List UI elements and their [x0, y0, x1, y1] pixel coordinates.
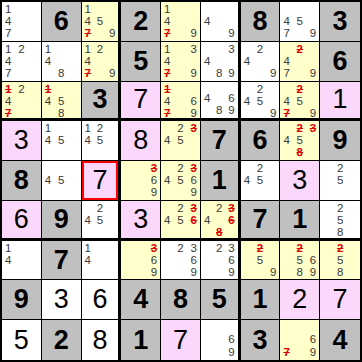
- candidate-7: 7: [283, 27, 294, 39]
- candidate-3: 3: [224, 242, 234, 254]
- pencil-marks: 1479: [161, 2, 200, 41]
- pencil-marks: 369: [121, 241, 160, 280]
- struck-candidate-3: 3: [186, 202, 197, 214]
- candidate-9: 9: [224, 67, 234, 79]
- candidate-2: 2: [175, 242, 186, 254]
- pencil-marks: 3489: [201, 42, 238, 81]
- cell-r6c8[interactable]: 1: [280, 201, 320, 241]
- cell-r8c1[interactable]: 9: [2, 280, 42, 320]
- cell-r6c4[interactable]: 3: [121, 201, 161, 241]
- candidate-2: 2: [95, 202, 105, 214]
- solved-digit: 3: [121, 201, 160, 238]
- candidate-7: 7: [283, 67, 294, 79]
- cell-r4c4[interactable]: 8: [121, 121, 161, 161]
- candidate-6: 6: [224, 92, 234, 104]
- pencil-marks: 25: [320, 161, 360, 200]
- pencil-marks: 258: [320, 241, 360, 280]
- candidate-9: 9: [224, 266, 234, 278]
- cell-r9c9[interactable]: 4: [320, 320, 360, 360]
- cell-r9c6[interactable]: 69: [201, 320, 241, 360]
- cell-r5c2[interactable]: 45: [42, 161, 82, 201]
- struck-candidate-7: 7: [85, 67, 95, 79]
- candidate-5: 5: [294, 254, 305, 266]
- given-digit: 2: [42, 320, 81, 360]
- pencil-marks: 4579: [280, 2, 319, 41]
- candidate-4: 4: [164, 174, 175, 186]
- solved-digit: 7: [320, 280, 360, 319]
- candidate-4: 4: [85, 15, 95, 27]
- candidate-9: 9: [224, 27, 234, 39]
- pencil-marks: 1458: [42, 82, 81, 119]
- given-digit: 2: [121, 2, 160, 41]
- candidate-4: 4: [45, 134, 56, 146]
- given-digit: 1: [280, 201, 319, 238]
- candidate-5: 5: [255, 174, 266, 186]
- pencil-marks: 148: [42, 42, 81, 81]
- cell-r8c2[interactable]: 3: [42, 280, 82, 320]
- cell-r2c9[interactable]: 6: [320, 42, 360, 82]
- given-digit: 6: [241, 121, 280, 160]
- cell-r5c4[interactable]: 369: [121, 161, 161, 201]
- candidate-9: 9: [305, 67, 316, 79]
- candidate-4: 4: [164, 134, 175, 146]
- given-digit: 5: [121, 42, 160, 81]
- candidate-2: 2: [255, 43, 266, 55]
- candidate-4: 4: [45, 95, 56, 107]
- candidate-4: 4: [85, 214, 95, 226]
- struck-candidate-8: 8: [214, 226, 224, 238]
- pencil-marks: 12479: [82, 42, 119, 81]
- candidate-4: 4: [164, 95, 175, 107]
- cell-r1c4[interactable]: 2: [121, 2, 161, 42]
- candidate-4: 4: [204, 214, 214, 226]
- cell-r8c6[interactable]: 5: [201, 280, 241, 320]
- given-digit: 7: [241, 201, 280, 238]
- pencil-marks: 258: [320, 201, 360, 238]
- candidate-9: 9: [105, 67, 115, 79]
- cell-r6c7[interactable]: 7: [241, 201, 281, 241]
- struck-candidate-3: 3: [305, 122, 316, 134]
- candidate-9: 9: [146, 186, 157, 198]
- candidate-2: 2: [255, 162, 266, 174]
- cell-r4c3[interactable]: 1245: [82, 121, 122, 161]
- candidate-5: 5: [56, 174, 67, 186]
- pencil-marks: 1245: [82, 121, 119, 160]
- candidate-1: 1: [5, 3, 16, 15]
- cell-r7c8[interactable]: 25689: [280, 241, 320, 281]
- candidate-4: 4: [164, 15, 175, 27]
- given-digit: 3: [320, 2, 360, 41]
- cell-r3c8[interactable]: 24579: [280, 82, 320, 122]
- cell-r3c2[interactable]: 1458: [42, 82, 82, 122]
- candidate-4: 4: [283, 134, 294, 146]
- candidate-4: 4: [283, 15, 294, 27]
- cell-r2c8[interactable]: 2479: [280, 42, 320, 82]
- cell-r1c5[interactable]: 1479: [161, 2, 201, 42]
- candidate-2: 2: [334, 202, 345, 214]
- candidate-4: 4: [244, 174, 255, 186]
- pencil-marks: 14579: [82, 2, 119, 41]
- candidate-4: 4: [283, 95, 294, 107]
- solved-digit: 5: [2, 320, 41, 360]
- candidate-1: 1: [5, 242, 16, 254]
- candidate-5: 5: [255, 95, 266, 107]
- pencil-marks: 14679: [161, 82, 200, 119]
- cell-r7c6[interactable]: 2369: [201, 241, 241, 281]
- cell-r1c2[interactable]: 6: [42, 2, 82, 42]
- pencil-marks: 23458: [280, 121, 319, 160]
- struck-candidate-3: 3: [224, 202, 234, 214]
- struck-candidate-3: 3: [186, 122, 197, 134]
- pencil-marks: 245: [82, 201, 119, 238]
- struck-candidate-2: 2: [294, 43, 305, 55]
- struck-candidate-2: 2: [255, 242, 266, 254]
- cell-r1c7[interactable]: 8: [241, 2, 281, 42]
- cell-r6c9[interactable]: 258: [320, 201, 360, 241]
- cell-r8c7[interactable]: 1: [241, 280, 281, 320]
- solved-digit: 2: [280, 280, 319, 319]
- candidate-4: 4: [5, 95, 16, 107]
- candidate-2: 2: [95, 43, 105, 55]
- struck-candidate-8: 8: [294, 146, 305, 158]
- cell-r7c2[interactable]: 7: [42, 241, 82, 281]
- candidate-4: 4: [5, 15, 16, 27]
- struck-candidate-2: 2: [334, 242, 345, 254]
- given-digit: 9: [42, 201, 81, 238]
- cell-r6c1[interactable]: 6: [2, 201, 42, 241]
- candidate-4: 4: [204, 92, 214, 104]
- struck-candidate-3: 3: [146, 242, 157, 254]
- cell-r3c6[interactable]: 4689: [201, 82, 241, 122]
- candidate-7: 7: [5, 27, 16, 39]
- cell-r6c6[interactable]: 23468: [201, 201, 241, 241]
- candidate-4: 4: [85, 55, 95, 67]
- candidate-4: 4: [5, 55, 16, 67]
- pencil-marks: 679: [280, 320, 319, 360]
- cell-r4c5[interactable]: 2345: [161, 121, 201, 161]
- struck-candidate-7: 7: [283, 107, 294, 119]
- candidate-6: 6: [186, 95, 197, 107]
- cell-r4c9[interactable]: 9: [320, 121, 360, 161]
- candidate-5: 5: [56, 134, 67, 146]
- struck-candidate-1: 1: [164, 83, 175, 95]
- candidate-1: 1: [45, 43, 56, 55]
- given-digit: 3: [82, 82, 119, 119]
- struck-candidate-7: 7: [85, 27, 95, 39]
- struck-candidate-6: 6: [186, 214, 197, 226]
- cell-r8c9[interactable]: 7: [320, 280, 360, 320]
- candidate-9: 9: [266, 67, 277, 79]
- candidate-1: 1: [85, 122, 95, 134]
- candidate-9: 9: [224, 104, 234, 116]
- candidate-9: 9: [186, 27, 197, 39]
- candidate-1: 1: [164, 3, 175, 15]
- candidate-5: 5: [95, 134, 105, 146]
- given-digit: 4: [121, 280, 160, 319]
- candidate-5: 5: [294, 134, 305, 146]
- cell-r2c2[interactable]: 148: [42, 42, 82, 82]
- cell-r3c3[interactable]: 3: [82, 82, 122, 122]
- cell-r6c2[interactable]: 9: [42, 201, 82, 241]
- struck-candidate-1: 1: [45, 83, 56, 95]
- struck-candidate-6: 6: [224, 214, 234, 226]
- cell-r3c4[interactable]: 7: [121, 82, 161, 122]
- cell-r3c9[interactable]: 1: [320, 82, 360, 122]
- pencil-marks: 4689: [201, 82, 238, 119]
- cell-r7c1[interactable]: 14: [2, 241, 42, 281]
- pencil-marks: 14: [2, 241, 41, 280]
- candidate-9: 9: [105, 27, 115, 39]
- pencil-marks: 23456: [161, 201, 200, 238]
- struck-candidate-1: 1: [5, 83, 16, 95]
- struck-candidate-7: 7: [283, 346, 294, 358]
- cell-r7c9[interactable]: 258: [320, 241, 360, 281]
- candidate-1: 1: [85, 242, 95, 254]
- pencil-marks: 2345: [161, 121, 200, 160]
- cell-r6c5[interactable]: 23456: [161, 201, 201, 241]
- cell-r4c2[interactable]: 145: [42, 121, 82, 161]
- candidate-9: 9: [224, 346, 234, 358]
- solved-digit: 8: [121, 121, 160, 160]
- candidate-3: 3: [186, 43, 197, 55]
- pencil-marks: 2369: [201, 241, 238, 280]
- given-digit: 1: [201, 161, 238, 200]
- candidate-4: 4: [244, 55, 255, 67]
- candidate-1: 1: [5, 43, 16, 55]
- cell-r7c5[interactable]: 2369: [161, 241, 201, 281]
- candidate-1: 1: [164, 43, 175, 55]
- candidate-2: 2: [175, 202, 186, 214]
- candidate-4: 4: [244, 95, 255, 107]
- candidate-2: 2: [334, 162, 345, 174]
- candidate-6: 6: [305, 254, 316, 266]
- given-digit: 5: [201, 280, 238, 319]
- pencil-marks: 2369: [161, 241, 200, 280]
- cell-r2c3[interactable]: 12479: [82, 42, 122, 82]
- candidate-5: 5: [56, 95, 67, 107]
- candidate-5: 5: [294, 95, 305, 107]
- pencil-marks: 45: [42, 161, 81, 200]
- candidate-8: 8: [214, 67, 224, 79]
- struck-candidate-7: 7: [164, 27, 175, 39]
- pencil-marks: 369: [121, 161, 160, 200]
- given-digit: 7: [42, 241, 81, 280]
- solved-digit: 3: [42, 280, 81, 319]
- cell-r4c6[interactable]: 7: [201, 121, 241, 161]
- pencil-marks: 245: [241, 161, 280, 200]
- candidate-9: 9: [266, 266, 277, 278]
- cell-r5c7[interactable]: 245: [241, 161, 281, 201]
- candidate-9: 9: [305, 266, 316, 278]
- cell-r9c2[interactable]: 2: [42, 320, 82, 360]
- cell-r3c1[interactable]: 1247: [2, 82, 42, 122]
- candidate-5: 5: [95, 214, 105, 226]
- given-digit: 6: [42, 2, 81, 41]
- given-digit: 1: [241, 280, 280, 319]
- candidate-1: 1: [85, 43, 95, 55]
- cell-r2c5[interactable]: 13479: [161, 42, 201, 82]
- candidate-4: 4: [164, 55, 175, 67]
- candidate-3: 3: [186, 242, 197, 254]
- cell-r9c1[interactable]: 5: [2, 320, 42, 360]
- given-digit: 4: [320, 320, 360, 360]
- solved-digit: 3: [2, 121, 41, 160]
- cell-r8c4[interactable]: 4: [121, 280, 161, 320]
- pencil-marks: 259: [241, 241, 280, 280]
- cell-r2c4[interactable]: 5: [121, 42, 161, 82]
- candidate-4: 4: [45, 174, 56, 186]
- pencil-marks: 234569: [161, 161, 200, 200]
- cell-r6c3[interactable]: 245: [82, 201, 122, 241]
- cell-r9c3[interactable]: 8: [82, 320, 122, 360]
- candidate-8: 8: [56, 107, 67, 119]
- candidate-8: 8: [334, 266, 345, 278]
- cell-r1c8[interactable]: 4579: [280, 2, 320, 42]
- struck-candidate-7: 7: [164, 107, 175, 119]
- cell-r2c6[interactable]: 3489: [201, 42, 241, 82]
- sudoku-board: 1476145792147949845793124714812479513479…: [0, 0, 362, 362]
- candidate-5: 5: [175, 174, 186, 186]
- candidate-9: 9: [186, 107, 197, 119]
- candidate-4: 4: [204, 55, 214, 67]
- pencil-marks: 24579: [280, 82, 319, 119]
- candidate-4: 4: [5, 254, 16, 266]
- pencil-marks: 13479: [161, 42, 200, 81]
- pencil-marks: 1247: [2, 82, 41, 119]
- cell-r7c3[interactable]: 14: [82, 241, 122, 281]
- candidate-9: 9: [186, 266, 197, 278]
- candidate-6: 6: [146, 254, 157, 266]
- candidate-5: 5: [255, 254, 266, 266]
- cell-r8c8[interactable]: 2: [280, 280, 320, 320]
- candidate-2: 2: [16, 43, 27, 55]
- given-digit: 9: [320, 121, 360, 160]
- candidate-2: 2: [175, 122, 186, 134]
- cell-r8c5[interactable]: 8: [161, 280, 201, 320]
- pencil-marks: 14: [82, 241, 119, 280]
- cell-r5c1[interactable]: 8: [2, 161, 42, 201]
- candidate-2: 2: [16, 83, 27, 95]
- cell-r8c3[interactable]: 6: [82, 280, 122, 320]
- struck-candidate-2: 2: [294, 122, 305, 134]
- struck-candidate-7: 7: [5, 107, 16, 119]
- candidate-1: 1: [45, 122, 56, 134]
- cell-r9c5[interactable]: 7: [161, 320, 201, 360]
- struck-candidate-2: 2: [294, 83, 305, 95]
- candidate-9: 9: [186, 186, 197, 198]
- cell-r9c8[interactable]: 679: [280, 320, 320, 360]
- given-digit: 9: [2, 280, 41, 319]
- solved-digit: 6: [2, 201, 41, 238]
- solved-digit: 8: [82, 320, 119, 360]
- pencil-marks: 25689: [280, 241, 319, 280]
- candidate-9: 9: [305, 107, 316, 119]
- cell-r1c9[interactable]: 3: [320, 2, 360, 42]
- cell-r1c3[interactable]: 14579: [82, 2, 122, 42]
- given-digit: 8: [241, 2, 280, 41]
- candidate-6: 6: [146, 174, 157, 186]
- candidate-8: 8: [56, 67, 67, 79]
- cell-r7c7[interactable]: 259: [241, 241, 281, 281]
- cell-r2c1[interactable]: 1247: [2, 42, 42, 82]
- solved-digit: 7: [82, 161, 119, 200]
- cell-r5c3[interactable]: 7: [82, 161, 122, 201]
- cell-r3c5[interactable]: 14679: [161, 82, 201, 122]
- pencil-marks: 23468: [201, 201, 238, 238]
- cell-r5c6[interactable]: 1: [201, 161, 241, 201]
- cell-r5c8[interactable]: 3: [280, 161, 320, 201]
- candidate-2: 2: [255, 83, 266, 95]
- struck-candidate-3: 3: [186, 162, 197, 174]
- cell-r4c7[interactable]: 6: [241, 121, 281, 161]
- cell-r9c7[interactable]: 3: [241, 320, 281, 360]
- candidate-5: 5: [294, 15, 305, 27]
- candidate-5: 5: [334, 254, 345, 266]
- candidate-4: 4: [85, 134, 95, 146]
- candidate-6: 6: [186, 254, 197, 266]
- candidate-6: 6: [224, 333, 234, 345]
- solved-digit: 6: [82, 280, 119, 319]
- candidate-2: 2: [95, 122, 105, 134]
- cell-r4c8[interactable]: 23458: [280, 121, 320, 161]
- given-digit: 1: [121, 320, 160, 360]
- given-digit: 8: [2, 161, 41, 200]
- cell-r3c7[interactable]: 2459: [241, 82, 281, 122]
- candidate-4: 4: [164, 214, 175, 226]
- cell-r1c6[interactable]: 49: [201, 2, 241, 42]
- pencil-marks: 147: [2, 2, 41, 41]
- candidate-9: 9: [186, 67, 197, 79]
- cell-r9c4[interactable]: 1: [121, 320, 161, 360]
- cell-r4c1[interactable]: 3: [2, 121, 42, 161]
- candidate-3: 3: [224, 43, 234, 55]
- solved-digit: 1: [320, 82, 360, 119]
- candidate-2: 2: [214, 202, 224, 214]
- candidate-8: 8: [334, 226, 345, 238]
- cell-r1c1[interactable]: 147: [2, 2, 42, 42]
- candidate-9: 9: [305, 346, 316, 358]
- candidate-6: 6: [224, 254, 234, 266]
- cell-r2c7[interactable]: 249: [241, 42, 281, 82]
- candidate-7: 7: [5, 67, 16, 79]
- candidate-9: 9: [266, 107, 277, 119]
- candidate-5: 5: [175, 134, 186, 146]
- candidate-4: 4: [204, 15, 214, 27]
- given-digit: 3: [241, 320, 280, 360]
- candidate-5: 5: [175, 214, 186, 226]
- given-digit: 8: [161, 280, 200, 319]
- candidate-9: 9: [146, 266, 157, 278]
- cell-r7c4[interactable]: 369: [121, 241, 161, 281]
- pencil-marks: 2479: [280, 42, 319, 81]
- candidate-5: 5: [334, 174, 345, 186]
- pencil-marks: 1247: [2, 42, 41, 81]
- candidate-8: 8: [294, 266, 305, 278]
- pencil-marks: 249: [241, 42, 280, 81]
- solved-digit: 7: [121, 82, 160, 119]
- candidate-8: 8: [214, 104, 224, 116]
- candidate-6: 6: [305, 333, 316, 345]
- cell-r5c9[interactable]: 25: [320, 161, 360, 201]
- candidate-2: 2: [214, 242, 224, 254]
- given-digit: 6: [320, 42, 360, 81]
- cell-r5c5[interactable]: 234569: [161, 161, 201, 201]
- candidate-9: 9: [305, 27, 316, 39]
- candidate-4: 4: [45, 55, 56, 67]
- struck-candidate-2: 2: [294, 242, 305, 254]
- candidate-4: 4: [283, 55, 294, 67]
- solved-digit: 7: [161, 320, 200, 360]
